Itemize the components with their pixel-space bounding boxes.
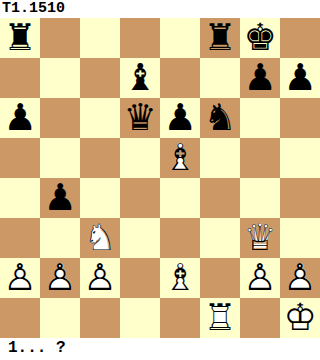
square-e6[interactable]: ♟: [160, 98, 200, 138]
square-h8[interactable]: [280, 18, 320, 58]
black-pawn[interactable]: ♟: [40, 178, 80, 218]
square-a7[interactable]: [0, 58, 40, 98]
square-g1[interactable]: [240, 298, 280, 338]
white-pawn[interactable]: ♟♙: [40, 258, 80, 298]
white-knight[interactable]: ♞♘: [80, 218, 120, 258]
square-e2[interactable]: ♝♗: [160, 258, 200, 298]
square-f5[interactable]: [200, 138, 240, 178]
square-f1[interactable]: ♜♖: [200, 298, 240, 338]
square-d5[interactable]: [120, 138, 160, 178]
square-a2[interactable]: ♟♙: [0, 258, 40, 298]
black-pawn[interactable]: ♟: [0, 98, 40, 138]
square-b4[interactable]: ♟: [40, 178, 80, 218]
square-c8[interactable]: [80, 18, 120, 58]
chess-board: ♜♜♚♝♟♟♟♛♟♞♝♗♟♞♘♛♕♟♙♟♙♟♙♝♗♟♙♟♙♜♖♚♔: [0, 18, 320, 338]
black-king[interactable]: ♚: [240, 18, 280, 58]
black-pawn[interactable]: ♟: [280, 58, 320, 98]
square-b8[interactable]: [40, 18, 80, 58]
square-h6[interactable]: [280, 98, 320, 138]
square-h2[interactable]: ♟♙: [280, 258, 320, 298]
square-d7[interactable]: ♝: [120, 58, 160, 98]
square-d3[interactable]: [120, 218, 160, 258]
square-g2[interactable]: ♟♙: [240, 258, 280, 298]
white-bishop[interactable]: ♝♗: [160, 138, 200, 178]
square-g7[interactable]: ♟: [240, 58, 280, 98]
square-g6[interactable]: [240, 98, 280, 138]
square-d4[interactable]: [120, 178, 160, 218]
square-f7[interactable]: [200, 58, 240, 98]
square-f8[interactable]: ♜: [200, 18, 240, 58]
square-h4[interactable]: [280, 178, 320, 218]
white-pawn[interactable]: ♟♙: [240, 258, 280, 298]
square-h7[interactable]: ♟: [280, 58, 320, 98]
square-b3[interactable]: [40, 218, 80, 258]
square-a5[interactable]: [0, 138, 40, 178]
square-g8[interactable]: ♚: [240, 18, 280, 58]
square-e4[interactable]: [160, 178, 200, 218]
square-e1[interactable]: [160, 298, 200, 338]
square-f6[interactable]: ♞: [200, 98, 240, 138]
square-c5[interactable]: [80, 138, 120, 178]
black-rook[interactable]: ♜: [0, 18, 40, 58]
white-queen[interactable]: ♛♕: [240, 218, 280, 258]
square-a4[interactable]: [0, 178, 40, 218]
white-rook[interactable]: ♜♖: [200, 298, 240, 338]
square-b1[interactable]: [40, 298, 80, 338]
square-d2[interactable]: [120, 258, 160, 298]
square-c6[interactable]: [80, 98, 120, 138]
square-g5[interactable]: [240, 138, 280, 178]
square-d6[interactable]: ♛: [120, 98, 160, 138]
square-b6[interactable]: [40, 98, 80, 138]
square-c1[interactable]: [80, 298, 120, 338]
square-c7[interactable]: [80, 58, 120, 98]
square-d1[interactable]: [120, 298, 160, 338]
square-g4[interactable]: [240, 178, 280, 218]
black-pawn[interactable]: ♟: [160, 98, 200, 138]
square-b5[interactable]: [40, 138, 80, 178]
white-pawn[interactable]: ♟♙: [0, 258, 40, 298]
square-d8[interactable]: [120, 18, 160, 58]
square-a1[interactable]: [0, 298, 40, 338]
white-pawn[interactable]: ♟♙: [80, 258, 120, 298]
square-b2[interactable]: ♟♙: [40, 258, 80, 298]
black-queen[interactable]: ♛: [120, 98, 160, 138]
white-bishop[interactable]: ♝♗: [160, 258, 200, 298]
square-h5[interactable]: [280, 138, 320, 178]
square-f2[interactable]: [200, 258, 240, 298]
white-pawn[interactable]: ♟♙: [280, 258, 320, 298]
black-pawn[interactable]: ♟: [240, 58, 280, 98]
square-g3[interactable]: ♛♕: [240, 218, 280, 258]
square-a3[interactable]: [0, 218, 40, 258]
move-prompt: 1... ?: [0, 338, 320, 360]
white-king[interactable]: ♚♔: [280, 298, 320, 338]
square-f3[interactable]: [200, 218, 240, 258]
black-bishop[interactable]: ♝: [120, 58, 160, 98]
square-b7[interactable]: [40, 58, 80, 98]
square-e5[interactable]: ♝♗: [160, 138, 200, 178]
black-rook[interactable]: ♜: [200, 18, 240, 58]
square-e7[interactable]: [160, 58, 200, 98]
square-a8[interactable]: ♜: [0, 18, 40, 58]
black-knight[interactable]: ♞: [200, 98, 240, 138]
square-f4[interactable]: [200, 178, 240, 218]
square-h3[interactable]: [280, 218, 320, 258]
square-e3[interactable]: [160, 218, 200, 258]
square-c4[interactable]: [80, 178, 120, 218]
square-e8[interactable]: [160, 18, 200, 58]
square-c3[interactable]: ♞♘: [80, 218, 120, 258]
square-h1[interactable]: ♚♔: [280, 298, 320, 338]
square-c2[interactable]: ♟♙: [80, 258, 120, 298]
square-a6[interactable]: ♟: [0, 98, 40, 138]
